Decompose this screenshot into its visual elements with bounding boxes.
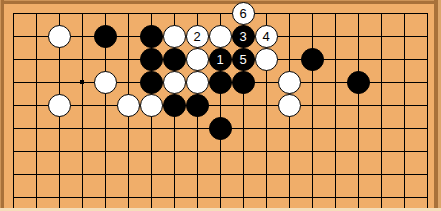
stone-white xyxy=(186,48,209,71)
stone-black xyxy=(140,48,163,71)
stone-white-move-2: 2 xyxy=(186,25,209,48)
stone-white xyxy=(117,94,140,117)
stone-black xyxy=(209,71,232,94)
stone-black xyxy=(209,117,232,140)
move-number: 1 xyxy=(216,53,223,66)
stone-black-move-5: 5 xyxy=(232,48,255,71)
stone-white xyxy=(94,71,117,94)
move-number: 3 xyxy=(239,30,246,43)
stone-white xyxy=(186,71,209,94)
stone-white xyxy=(163,25,186,48)
stone-white xyxy=(278,71,301,94)
board-frame-right xyxy=(434,0,441,211)
move-number: 2 xyxy=(193,30,200,43)
stone-black xyxy=(163,94,186,117)
stone-black xyxy=(140,25,163,48)
stone-white xyxy=(163,71,186,94)
stone-white xyxy=(48,25,71,48)
stone-white xyxy=(48,94,71,117)
stone-white xyxy=(209,25,232,48)
board-bottom-cut-strip xyxy=(0,208,441,211)
stone-black-move-3: 3 xyxy=(232,25,255,48)
move-number: 4 xyxy=(262,30,269,43)
stone-black xyxy=(301,48,324,71)
stone-black xyxy=(94,25,117,48)
stone-white-move-6: 6 xyxy=(232,2,255,25)
go-board-diagram: 623415 xyxy=(0,0,441,211)
stone-black xyxy=(140,71,163,94)
stone-black xyxy=(347,71,370,94)
stone-white-move-4: 4 xyxy=(255,25,278,48)
board-frame-top xyxy=(0,0,441,4)
stone-white xyxy=(255,48,278,71)
move-number: 5 xyxy=(239,53,246,66)
stone-black-move-1: 1 xyxy=(209,48,232,71)
stone-black xyxy=(186,94,209,117)
board-frame-left xyxy=(0,0,4,211)
stone-black xyxy=(232,71,255,94)
stone-white xyxy=(278,94,301,117)
star-point xyxy=(80,80,84,84)
move-number: 6 xyxy=(239,7,246,20)
stone-white xyxy=(140,94,163,117)
stone-black xyxy=(163,48,186,71)
